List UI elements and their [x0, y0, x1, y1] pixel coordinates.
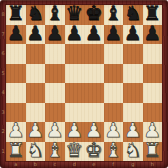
rank-label-1: 1 — [0, 149, 6, 154]
rank-label-8: 8 — [0, 12, 6, 17]
square-b5[interactable] — [26, 64, 46, 84]
white-knight[interactable]: ♞ — [124, 141, 142, 160]
square-c5[interactable] — [45, 64, 65, 84]
square-b7[interactable]: ♟ — [26, 25, 46, 45]
square-g1[interactable]: ♞ — [123, 142, 143, 162]
white-rook[interactable]: ♜ — [7, 141, 25, 160]
black-pawn[interactable]: ♟ — [104, 24, 122, 43]
black-pawn[interactable]: ♟ — [85, 24, 103, 43]
square-f5[interactable] — [104, 64, 124, 84]
file-coordinates: abcdefgh — [6, 161, 162, 168]
rank-label-2: 2 — [0, 129, 6, 134]
file-label-g: g — [123, 161, 143, 168]
black-pawn[interactable]: ♟ — [65, 24, 83, 43]
square-e1[interactable]: ♚ — [84, 142, 104, 162]
file-label-f: f — [104, 161, 124, 168]
square-g7[interactable]: ♟ — [123, 25, 143, 45]
square-h7[interactable]: ♟ — [143, 25, 163, 45]
square-h4[interactable] — [143, 83, 163, 103]
square-f1[interactable]: ♝ — [104, 142, 124, 162]
file-label-e: e — [84, 161, 104, 168]
white-bishop[interactable]: ♝ — [104, 141, 122, 160]
rank-label-7: 7 — [0, 32, 6, 37]
square-c4[interactable] — [45, 83, 65, 103]
square-g6[interactable] — [123, 44, 143, 64]
square-e4[interactable] — [84, 83, 104, 103]
black-pawn[interactable]: ♟ — [143, 24, 161, 43]
file-label-d: d — [65, 161, 85, 168]
square-b4[interactable] — [26, 83, 46, 103]
black-pawn[interactable]: ♟ — [46, 24, 64, 43]
square-d4[interactable] — [65, 83, 85, 103]
square-e5[interactable] — [84, 64, 104, 84]
square-d5[interactable] — [65, 64, 85, 84]
square-b6[interactable] — [26, 44, 46, 64]
rank-label-6: 6 — [0, 51, 6, 56]
white-bishop[interactable]: ♝ — [46, 141, 64, 160]
square-f7[interactable]: ♟ — [104, 25, 124, 45]
square-b1[interactable]: ♞ — [26, 142, 46, 162]
square-c1[interactable]: ♝ — [45, 142, 65, 162]
file-label-h: h — [143, 161, 163, 168]
chess-board[interactable]: ♜♞♝♛♚♝♞♜♟♟♟♟♟♟♟♟♟♟♟♟♟♟♟♟♜♞♝♛♚♝♞♜ — [6, 5, 162, 161]
square-e7[interactable]: ♟ — [84, 25, 104, 45]
white-rook[interactable]: ♜ — [143, 141, 161, 160]
rank-coordinates: 87654321 — [0, 5, 6, 161]
square-h1[interactable]: ♜ — [143, 142, 163, 162]
black-pawn[interactable]: ♟ — [7, 24, 25, 43]
file-label-b: b — [26, 161, 46, 168]
square-g5[interactable] — [123, 64, 143, 84]
white-king[interactable]: ♚ — [85, 141, 103, 160]
square-c6[interactable] — [45, 44, 65, 64]
square-a6[interactable] — [6, 44, 26, 64]
square-e6[interactable] — [84, 44, 104, 64]
square-h5[interactable] — [143, 64, 163, 84]
white-knight[interactable]: ♞ — [26, 141, 44, 160]
black-pawn[interactable]: ♟ — [26, 24, 44, 43]
square-d1[interactable]: ♛ — [65, 142, 85, 162]
rank-label-5: 5 — [0, 71, 6, 76]
square-f6[interactable] — [104, 44, 124, 64]
rank-label-4: 4 — [0, 90, 6, 95]
file-label-c: c — [45, 161, 65, 168]
square-f4[interactable] — [104, 83, 124, 103]
file-label-a: a — [6, 161, 26, 168]
square-h6[interactable] — [143, 44, 163, 64]
square-g4[interactable] — [123, 83, 143, 103]
square-d7[interactable]: ♟ — [65, 25, 85, 45]
square-a1[interactable]: ♜ — [6, 142, 26, 162]
chess-board-frame: ♜♞♝♛♚♝♞♜♟♟♟♟♟♟♟♟♟♟♟♟♟♟♟♟♜♞♝♛♚♝♞♜ 8765432… — [0, 0, 168, 168]
square-a4[interactable] — [6, 83, 26, 103]
square-a7[interactable]: ♟ — [6, 25, 26, 45]
square-c7[interactable]: ♟ — [45, 25, 65, 45]
square-d6[interactable] — [65, 44, 85, 64]
square-a5[interactable] — [6, 64, 26, 84]
black-pawn[interactable]: ♟ — [124, 24, 142, 43]
rank-label-3: 3 — [0, 110, 6, 115]
white-queen[interactable]: ♛ — [65, 141, 83, 160]
